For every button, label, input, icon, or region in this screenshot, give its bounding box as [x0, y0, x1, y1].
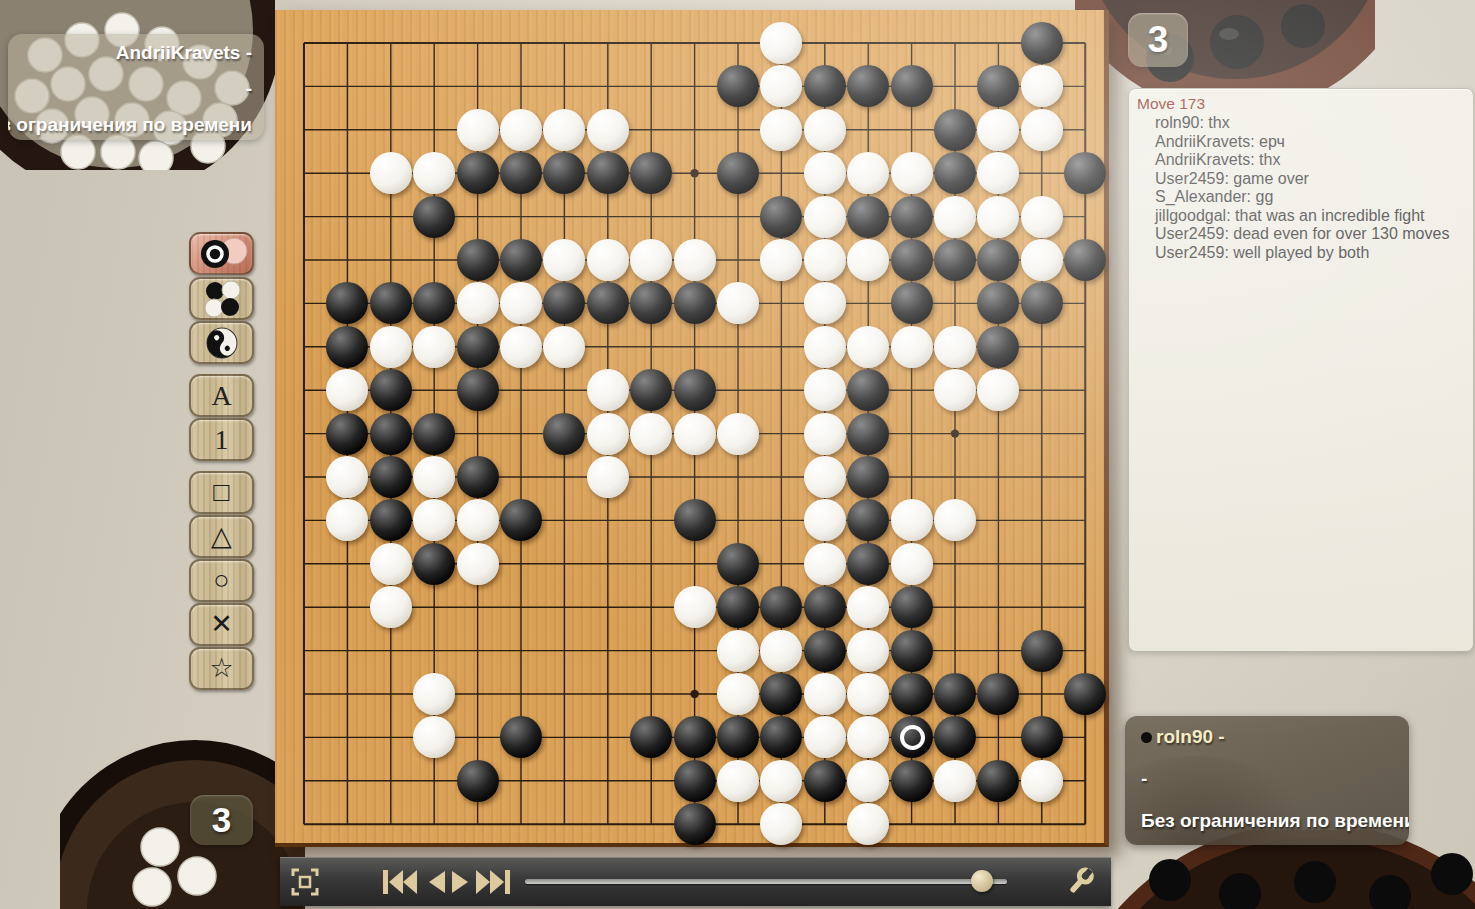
black-stone: [1021, 630, 1063, 672]
black-stone: [326, 413, 368, 455]
black-stone: [891, 196, 933, 238]
black-stone: [891, 65, 933, 107]
black-stone: [457, 239, 499, 281]
black-stone: [847, 543, 889, 585]
white-stone: [847, 239, 889, 281]
white-stone: [891, 326, 933, 368]
white-stone: [370, 586, 412, 628]
white-stone: [760, 760, 802, 802]
black-stone: [847, 456, 889, 498]
white-stone: [500, 109, 542, 151]
white-stone: [717, 413, 759, 455]
letter-label-tool[interactable]: A: [189, 374, 254, 417]
black-stone: [891, 760, 933, 802]
black-stone: [370, 499, 412, 541]
four-stones-icon: [202, 280, 242, 318]
white-stone: [804, 369, 846, 411]
white-stone: [587, 413, 629, 455]
black-stone: [717, 543, 759, 585]
black-stone: [1021, 716, 1063, 758]
number-label-tool[interactable]: 1: [189, 418, 254, 461]
black-stone: [934, 109, 976, 151]
letter-label-tool-label: A: [211, 380, 231, 412]
white-captures-badge: 3: [1128, 13, 1188, 67]
black-stone: [804, 65, 846, 107]
black-player-time-control: Без ограничения по времени: [1141, 810, 1409, 832]
go-to-start-button[interactable]: [380, 865, 420, 898]
white-stone: [717, 630, 759, 672]
next-move-button[interactable]: [448, 865, 474, 898]
white-stone: [847, 673, 889, 715]
black-stone: [543, 413, 585, 455]
chat-message: S_Alexander: gg: [1155, 188, 1473, 206]
black-stone: [934, 673, 976, 715]
black-stone: [847, 196, 889, 238]
go-board[interactable]: [275, 10, 1109, 847]
white-stone: [804, 499, 846, 541]
black-stone: [413, 413, 455, 455]
white-stone: [1021, 760, 1063, 802]
white-stone: [587, 369, 629, 411]
triangle-marker-tool-label: △: [211, 523, 232, 550]
white-stone: [457, 109, 499, 151]
black-stone: [804, 760, 846, 802]
black-stone: [804, 630, 846, 672]
circle-marker-tool-label: ○: [213, 567, 229, 594]
black-stone: [370, 282, 412, 324]
chat-message: User2459: game over: [1155, 170, 1473, 188]
marked-stone-icon: [194, 236, 250, 272]
white-stone: [1021, 239, 1063, 281]
white-player-score: -: [8, 78, 252, 100]
black-stone: [717, 152, 759, 194]
white-stone: [804, 716, 846, 758]
last-move-stone: [891, 716, 933, 758]
white-stone: [891, 152, 933, 194]
white-stone: [543, 109, 585, 151]
move-slider-track[interactable]: [525, 879, 1007, 884]
black-stone: [674, 282, 716, 324]
black-stone: [934, 152, 976, 194]
circle-marker-tool[interactable]: ○: [189, 559, 254, 602]
black-stone: [674, 760, 716, 802]
player-panel-black: roln90 - - Без ограничения по времени: [1125, 716, 1409, 845]
white-stone: [587, 456, 629, 498]
black-stone: [370, 456, 412, 498]
go-game-screen: AndriiKravets - - Без ограничения по вре…: [0, 0, 1475, 909]
chat-message: AndriiKravets: ерч: [1155, 133, 1473, 151]
white-stone: [804, 456, 846, 498]
white-stone: [370, 543, 412, 585]
black-stone: [326, 326, 368, 368]
white-stone: [1021, 65, 1063, 107]
black-stone: [457, 369, 499, 411]
white-stone: [500, 326, 542, 368]
black-stone: [457, 760, 499, 802]
black-stone: [934, 239, 976, 281]
chat-message: AndriiKravets: thx: [1155, 151, 1473, 169]
black-stone: [413, 543, 455, 585]
black-stone: [977, 326, 1019, 368]
white-stone: [413, 456, 455, 498]
chat-message: User2459: well played by both: [1155, 244, 1473, 262]
white-stone: [804, 413, 846, 455]
white-stone: [543, 326, 585, 368]
white-stone: [934, 369, 976, 411]
white-stone: [370, 152, 412, 194]
white-stone: [1021, 196, 1063, 238]
black-stone: [500, 152, 542, 194]
white-player-name: AndriiKravets -: [8, 42, 252, 64]
star-marker-tool[interactable]: ☆: [189, 647, 254, 690]
black-stone: [891, 630, 933, 672]
white-stone: [804, 282, 846, 324]
player-panel-white: AndriiKravets - - Без ограничения по вре…: [8, 34, 264, 140]
yin-yang-icon: [204, 325, 240, 361]
white-stone: [760, 109, 802, 151]
white-stone: [457, 543, 499, 585]
white-player-time-control: Без ограничения по времени: [8, 114, 252, 136]
go-to-end-button[interactable]: [473, 865, 513, 898]
black-stone: [760, 196, 802, 238]
black-stone: [891, 282, 933, 324]
white-stone: [891, 543, 933, 585]
black-stone-bowl-photo-top-right: [1075, 0, 1375, 95]
black-stone: [804, 586, 846, 628]
chat-messages: roln90: thxAndriiKravets: ерчAndriiKrave…: [1129, 114, 1473, 261]
black-stone: [674, 716, 716, 758]
cross-marker-tool-label: ✕: [210, 611, 233, 638]
chat-panel[interactable]: Move 173 roln90: thxAndriiKravets: ерчAn…: [1128, 88, 1474, 652]
white-stone: [804, 152, 846, 194]
black-stone: [370, 413, 412, 455]
number-label-tool-label: 1: [215, 424, 229, 456]
white-stone: [1021, 109, 1063, 151]
white-stone: [804, 326, 846, 368]
white-stone: [804, 109, 846, 151]
black-stone: [1021, 282, 1063, 324]
alternate-stones-tool[interactable]: [189, 277, 254, 320]
black-stone: [500, 239, 542, 281]
white-stone: [587, 239, 629, 281]
black-player-score: -: [1141, 768, 1147, 790]
white-stone: [934, 326, 976, 368]
triangle-marker-tool[interactable]: △: [189, 515, 254, 558]
previous-move-button[interactable]: [423, 865, 449, 898]
black-stone: [370, 369, 412, 411]
black-stone: [674, 369, 716, 411]
white-stone: [413, 326, 455, 368]
black-stone: [891, 239, 933, 281]
white-stone: [413, 673, 455, 715]
white-stone: [760, 630, 802, 672]
black-stone: [1064, 239, 1106, 281]
black-color-dot: [1141, 732, 1152, 743]
black-stone: [717, 586, 759, 628]
black-stone: [413, 196, 455, 238]
white-stone: [891, 499, 933, 541]
white-stone: [804, 673, 846, 715]
yin-yang-tool[interactable]: [189, 321, 254, 364]
white-stone: [717, 760, 759, 802]
black-stone: [457, 152, 499, 194]
fullscreen-icon[interactable]: [288, 865, 322, 898]
black-stone: [457, 326, 499, 368]
move-slider-handle[interactable]: [971, 870, 993, 892]
black-captures-badge: 3: [190, 795, 253, 845]
white-stone: [630, 239, 672, 281]
move-number-header: Move 173: [1137, 95, 1473, 113]
star-marker-tool-label: ☆: [209, 655, 233, 682]
white-stone: [804, 196, 846, 238]
white-stone: [804, 543, 846, 585]
white-stone: [370, 326, 412, 368]
white-stone: [847, 326, 889, 368]
black-stone: [847, 413, 889, 455]
square-marker-tool-label: □: [213, 479, 229, 506]
white-stone: [804, 239, 846, 281]
black-stone: [1021, 22, 1063, 64]
black-bowl-photo-bottom-left: [60, 735, 305, 909]
white-stone: [977, 196, 1019, 238]
playback-bar: [280, 857, 1111, 906]
black-stone: [587, 282, 629, 324]
white-stone: [457, 499, 499, 541]
black-stone: [674, 803, 716, 845]
last-move-circle-marker: [900, 725, 925, 750]
settings-wrench-icon[interactable]: [1062, 865, 1098, 898]
white-stone: [847, 630, 889, 672]
black-stone: [587, 152, 629, 194]
white-stone: [457, 282, 499, 324]
chat-message: User2459: dead even for over 130 moves: [1155, 225, 1473, 243]
white-stone: [934, 760, 976, 802]
black-stone: [891, 673, 933, 715]
white-stone: [674, 239, 716, 281]
black-player-name: roln90 -: [1141, 726, 1225, 748]
white-stone: [587, 109, 629, 151]
chat-message: jillgoodgal: that was an incredible figh…: [1155, 207, 1473, 225]
cross-marker-tool[interactable]: ✕: [189, 603, 254, 646]
black-stone: [977, 760, 1019, 802]
white-stone: [674, 586, 716, 628]
white-stone: [934, 196, 976, 238]
black-stone: [1064, 673, 1106, 715]
white-stone: [630, 413, 672, 455]
square-marker-tool[interactable]: □: [189, 471, 254, 514]
white-stone: [977, 109, 1019, 151]
white-stone: [847, 760, 889, 802]
white-stone: [674, 413, 716, 455]
black-stone: [674, 499, 716, 541]
black-stone: [891, 586, 933, 628]
chat-message: roln90: thx: [1155, 114, 1473, 132]
black-stone: [457, 456, 499, 498]
last-move-marker-tool[interactable]: [189, 232, 254, 275]
white-stone: [717, 673, 759, 715]
